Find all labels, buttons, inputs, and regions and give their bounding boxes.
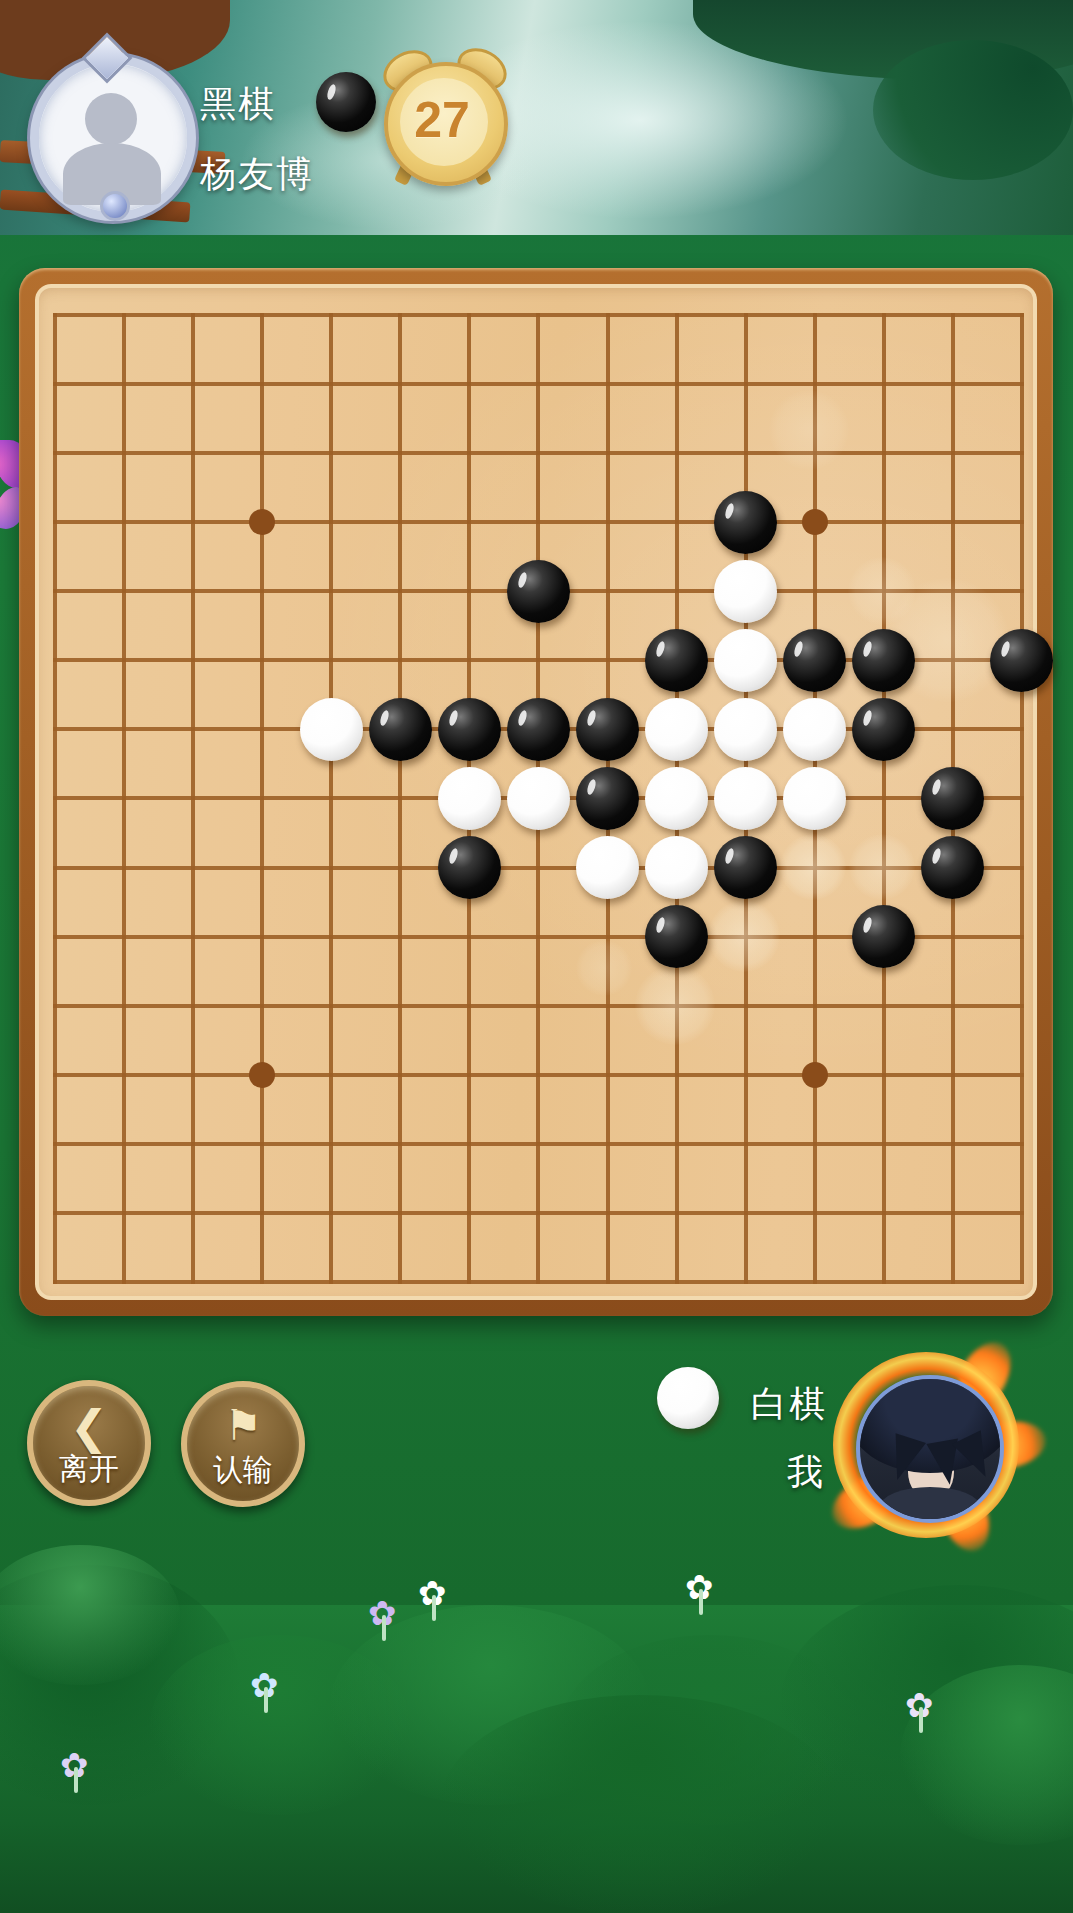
gomoku-board[interactable] <box>19 268 1053 1316</box>
stone-black <box>507 560 570 623</box>
flower-decoration: ✿ <box>368 1593 397 1633</box>
stone-white <box>645 767 708 830</box>
stone-white <box>714 698 777 761</box>
opponent-avatar[interactable] <box>30 55 190 215</box>
star-point <box>249 509 275 535</box>
avatar-portrait <box>856 1375 1004 1523</box>
stone-black <box>714 836 777 899</box>
black-stone-icon <box>316 72 376 132</box>
stone-black <box>645 629 708 692</box>
avatar-placeholder-icon <box>85 93 137 145</box>
my-avatar[interactable] <box>833 1352 1019 1538</box>
timer-value: 27 <box>384 62 500 178</box>
star-point <box>249 1062 275 1088</box>
stone-white <box>507 767 570 830</box>
stone-white <box>576 836 639 899</box>
stone-white <box>714 767 777 830</box>
star-point <box>802 1062 828 1088</box>
stone-black <box>714 491 777 554</box>
white-side-label: 白棋 <box>751 1380 827 1429</box>
game-screen: { "game": "Gomoku (五子棋 / Five-in-a-Row)"… <box>0 0 1073 1913</box>
leave-button[interactable]: ❮ 离开 <box>27 1380 151 1506</box>
stone-black <box>576 767 639 830</box>
grass-footer-decoration: ✿✿✿✿✿✿ <box>0 1545 1073 1913</box>
light-glow-effect <box>576 940 632 996</box>
grass-mound <box>440 1695 840 1913</box>
flower-decoration: ✿ <box>250 1665 279 1705</box>
stone-black <box>645 905 708 968</box>
board-gridline-horizontal <box>53 1211 1024 1215</box>
resign-button[interactable]: ⚑ 认输 <box>181 1381 305 1507</box>
stone-white <box>714 560 777 623</box>
stone-black <box>438 836 501 899</box>
stone-black <box>507 698 570 761</box>
flower-decoration: ✿ <box>685 1567 714 1607</box>
move-timer-clock: 27 <box>376 40 512 180</box>
stone-black <box>921 836 984 899</box>
board-gridline-horizontal <box>53 1004 1024 1008</box>
flower-decoration: ✿ <box>60 1745 89 1785</box>
board-gridline-horizontal <box>53 1073 1024 1077</box>
stone-white <box>783 767 846 830</box>
flower-decoration: ✿ <box>418 1573 447 1613</box>
board-gridline-horizontal <box>53 866 1024 870</box>
stone-black <box>921 767 984 830</box>
board-gridline-horizontal <box>53 382 1024 386</box>
leave-button-label: 离开 <box>33 1449 145 1490</box>
stone-black <box>852 905 915 968</box>
star-point <box>802 509 828 535</box>
board-gridline-horizontal <box>53 1142 1024 1146</box>
board-gridline-horizontal <box>53 313 1024 317</box>
white-stone-icon <box>657 1367 719 1429</box>
board-gridline-horizontal <box>53 451 1024 455</box>
stone-white <box>783 698 846 761</box>
board-gridline-horizontal <box>53 520 1024 524</box>
stone-white <box>714 629 777 692</box>
stone-black <box>852 698 915 761</box>
stone-white <box>438 767 501 830</box>
back-arrow-icon: ❮ <box>33 1400 145 1454</box>
board-gridline-horizontal <box>53 1280 1024 1284</box>
my-player-name: 我 <box>787 1448 825 1497</box>
stone-black <box>783 629 846 692</box>
stone-black <box>369 698 432 761</box>
stone-black <box>990 629 1053 692</box>
black-side-label: 黑棋 <box>200 80 276 129</box>
resign-button-label: 认输 <box>187 1450 299 1491</box>
stone-white <box>300 698 363 761</box>
light-glow-effect <box>769 390 849 470</box>
stone-white <box>645 698 708 761</box>
flower-decoration: ✿ <box>905 1685 934 1725</box>
stone-black <box>576 698 639 761</box>
white-flag-icon: ⚑ <box>187 1401 299 1450</box>
stone-black <box>438 698 501 761</box>
stone-black <box>852 629 915 692</box>
opponent-name: 杨友博 <box>200 150 314 199</box>
stone-white <box>645 836 708 899</box>
